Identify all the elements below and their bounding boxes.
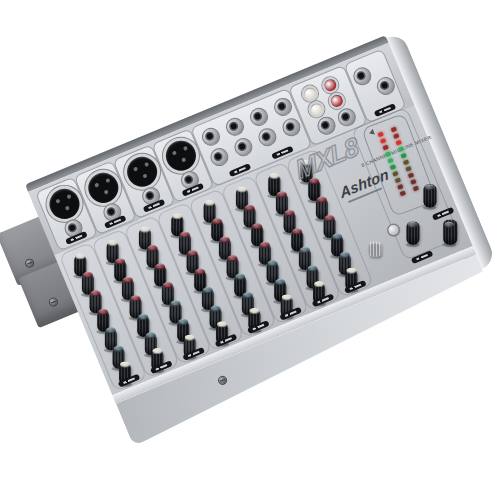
screw-icon [25, 259, 34, 268]
knob-cap [249, 308, 259, 314]
jack-connector [256, 125, 280, 149]
led [397, 184, 403, 189]
led [391, 127, 397, 132]
knob-cap [314, 281, 324, 287]
knob-cap [171, 300, 181, 306]
knob-cap [203, 287, 213, 293]
knob-cap [243, 292, 253, 298]
knob-cap [237, 186, 247, 192]
xlr-pin [94, 183, 99, 188]
knob-cap [172, 213, 182, 219]
knob-cap [269, 173, 279, 179]
xlr-pin [142, 173, 147, 178]
led [396, 140, 402, 145]
knob-cap [444, 222, 454, 228]
knob-cap [285, 210, 295, 216]
knob-cap [155, 264, 165, 270]
xlr-pin [66, 194, 71, 199]
led-column-left [378, 132, 406, 197]
led [408, 173, 414, 178]
jack-connector [351, 64, 375, 88]
small-silver-knob [368, 242, 381, 257]
mixer-body: MXL8 8 CHANNEL MIC/LINE MIXER Ashton [25, 35, 485, 424]
knob-cap [138, 314, 148, 320]
knob-aux-ret [421, 180, 437, 207]
knob-cap [108, 240, 118, 246]
jack-connector [335, 106, 359, 130]
jack-connector [280, 115, 304, 139]
led [387, 158, 393, 163]
led [390, 164, 396, 169]
knob-cap [131, 295, 141, 301]
jack-connector [315, 114, 339, 138]
knob-cap [146, 332, 156, 338]
knob-cap [106, 327, 116, 333]
knob-cap [268, 260, 278, 266]
xlr-pin [104, 189, 109, 194]
knob-cap [300, 247, 310, 253]
screw-icon [218, 376, 227, 385]
xlr-pin [133, 166, 138, 171]
jack-connector [271, 95, 295, 119]
xlr-pin [105, 178, 110, 183]
knob-cap [120, 361, 130, 367]
knob-cap [260, 242, 270, 248]
knob-cap [195, 269, 205, 275]
knob-cap [217, 321, 227, 327]
knob-cap [91, 290, 101, 296]
jack-connector [374, 74, 398, 98]
knob-cap [220, 237, 230, 243]
knob-cap [275, 279, 285, 285]
meter-arrow-icon [368, 129, 375, 136]
knob-cap [163, 282, 173, 288]
jack-connector [208, 145, 232, 169]
jack-connector [223, 115, 247, 139]
screw-icon [49, 297, 58, 306]
led [398, 146, 404, 151]
knob-cap [75, 253, 85, 259]
knob-cap [407, 222, 417, 228]
led [401, 153, 407, 158]
knob-cap [211, 306, 221, 312]
knob-cap [83, 272, 93, 278]
led [400, 191, 406, 196]
knob-cap [188, 250, 198, 256]
knob-cap [180, 232, 190, 238]
led [380, 138, 386, 143]
knob-cap [115, 258, 125, 264]
led [392, 171, 398, 176]
knob-cap [152, 348, 162, 354]
led [405, 166, 411, 171]
knob-cap [308, 265, 318, 271]
led [385, 151, 391, 156]
knob-cap [212, 218, 222, 224]
knob-cap [123, 277, 133, 283]
knob-cap [292, 228, 302, 234]
xlr-pin [144, 162, 149, 167]
knob-cap [245, 205, 255, 211]
knob-phones [404, 218, 420, 245]
knob-cap [205, 200, 215, 206]
knob-cap [148, 245, 158, 251]
xlr-pin [181, 157, 186, 162]
xlr-pin [65, 206, 70, 211]
knob-cap [98, 309, 108, 315]
led [395, 178, 401, 183]
knob-cap [114, 346, 124, 352]
knob-main-mix [441, 218, 457, 245]
knob-cap [140, 227, 150, 233]
knob-cap [178, 319, 188, 325]
led [378, 132, 384, 137]
knob-cap [228, 255, 238, 261]
knob-cap [185, 335, 195, 341]
xlr-pin [183, 146, 188, 151]
jack-connector [232, 135, 256, 159]
jack-connector [247, 105, 271, 129]
led [413, 186, 419, 191]
knob-cap [277, 191, 287, 197]
xlr-pin [172, 150, 177, 155]
knob-cap [282, 294, 292, 300]
led [403, 160, 409, 165]
jack-connector [199, 125, 223, 149]
knob-cap [424, 184, 434, 190]
led [393, 133, 399, 138]
knob-cap [252, 223, 262, 229]
led [383, 145, 389, 150]
product-photo: MXL8 8 CHANNEL MIC/LINE MIXER Ashton [0, 0, 500, 500]
knob-cap [235, 274, 245, 280]
led [410, 179, 416, 184]
xlr-pin [55, 199, 60, 204]
